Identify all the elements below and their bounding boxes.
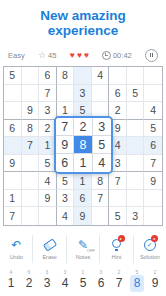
numpad-digit: 6 [94,275,108,291]
grid-cell-r7c1[interactable] [4,172,22,190]
grid-cell-r2c8[interactable]: 5 [127,85,145,103]
grid-cell-r2c6[interactable] [92,85,110,103]
grid-cell-r2c5[interactable]: 3 [74,85,92,103]
star-icon: ☆ [38,51,46,60]
grid-cell-r2c2[interactable] [22,85,40,103]
numpad-key-8[interactable]: 58 [128,268,146,294]
grid-cell-r1c5[interactable] [74,67,92,85]
grid-cell-r2c9[interactable] [144,85,162,103]
grid-cell-r7c2[interactable] [22,172,40,190]
magnified-cell[interactable]: 6 [56,154,74,172]
grid-cell-r4c1[interactable]: 6 [4,120,22,138]
undo-icon: ↶ [11,239,21,252]
magnified-cell[interactable]: 1 [74,154,92,172]
numpad-digit: 1 [4,275,18,291]
heart-icon: ♥ [84,51,89,60]
grid-cell-r3c1[interactable] [4,102,22,120]
magnified-cell[interactable]: 3 [93,118,111,136]
grid-cell-r9c5[interactable]: 9 [74,207,92,225]
clock-icon [102,51,111,60]
undo-button[interactable]: ↶ Undo [0,235,33,263]
grid-cell-r8c4[interactable]: 3 [57,190,75,208]
sudoku-app: New amazing experience Easy ☆ 45 ♥ ♥ ♥ 0… [0,0,166,296]
star-score: ☆ 45 [38,51,56,60]
magnified-cell[interactable]: 4 [93,154,111,172]
numpad-key-6[interactable]: 36 [92,268,110,294]
numpad-key-4[interactable]: 34 [56,268,74,294]
grid-cell-r6c9[interactable]: 7 [144,155,162,173]
erase-button[interactable]: Erase [33,235,66,263]
grid-cell-r7c7[interactable]: 7 [109,172,127,190]
grid-cell-r2c3[interactable]: 7 [39,85,57,103]
grid-cell-r6c1[interactable]: 9 [4,155,22,173]
timer: 00:42 [102,51,132,60]
grid-cell-r2c7[interactable]: 6 [109,85,127,103]
grid-cell-r8c3[interactable]: 9 [39,190,57,208]
pause-button[interactable] [145,49,158,62]
grid-cell-r4c9[interactable]: 5 [144,120,162,138]
heart-icon: ♥ [77,51,82,60]
magnified-cell[interactable]: 2 [74,118,92,136]
timer-value: 00:42 [113,51,132,60]
grid-cell-r1c4[interactable]: 8 [57,67,75,85]
grid-cell-r8c6[interactable]: 7 [92,190,110,208]
difficulty-label: Easy [8,51,25,60]
notes-label: Notes [76,254,90,260]
sudoku-board: 723985614 568473659315246827239571985469… [3,66,163,226]
grid-cell-r2c4[interactable] [57,85,75,103]
grid-cell-r3c9[interactable]: 4 [144,102,162,120]
grid-cell-r8c1[interactable]: 1 [4,190,22,208]
numpad-digit: 8 [130,275,144,291]
ad-badge: ▸ [151,235,158,242]
grid-cell-r3c8[interactable] [127,102,145,120]
grid-cell-r1c8[interactable] [127,67,145,85]
grid-cell-r9c4[interactable]: 4 [57,207,75,225]
pencil-icon: ✎ OFF [78,239,88,252]
grid-cell-r3c2[interactable]: 9 [22,102,40,120]
grid-cell-r5c1[interactable] [4,137,22,155]
banner-title: New amazing experience [24,8,142,38]
grid-cell-r1c2[interactable] [22,67,40,85]
selected-cell[interactable]: 8 [74,136,92,154]
grid-cell-r5c2[interactable]: 7 [22,137,40,155]
grid-cell-r1c1[interactable]: 5 [4,67,22,85]
hint-button[interactable]: ▸ Hint [100,235,133,263]
grid-cell-r8c2[interactable] [22,190,40,208]
grid-cell-r7c4[interactable]: 5 [57,172,75,190]
magnifier-overlay: 723985614 [54,116,113,174]
magnified-cell[interactable]: 5 [93,136,111,154]
numpad-key-9[interactable]: 29 [146,268,164,294]
star-count: 45 [48,51,56,60]
grid-cell-r8c5[interactable]: 6 [74,190,92,208]
grid-cell-r7c9[interactable]: 9 [144,172,162,190]
promo-banner: New amazing experience [0,8,166,38]
grid-cell-r5c9[interactable]: 6 [144,137,162,155]
grid-cell-r6c2[interactable] [22,155,40,173]
notes-button[interactable]: ✎ OFF Notes [67,235,100,263]
grid-cell-r2c1[interactable] [4,85,22,103]
grid-cell-r7c3[interactable]: 4 [39,172,57,190]
numpad-key-1[interactable]: 41 [2,268,20,294]
grid-cell-r8c8[interactable] [127,190,145,208]
magnified-cell[interactable]: 9 [56,136,74,154]
grid-cell-r4c2[interactable]: 8 [22,120,40,138]
numpad-key-5[interactable]: 15 [74,268,92,294]
grid-cell-r7c6[interactable]: 8 [92,172,110,190]
grid-cell-r9c1[interactable]: 7 [4,207,22,225]
numpad-digit: 5 [76,275,90,291]
status-bar: Easy ☆ 45 ♥ ♥ ♥ 00:42 [0,47,166,63]
grid-cell-r1c6[interactable]: 4 [92,67,110,85]
numpad-key-2[interactable]: 62 [20,268,38,294]
notes-state: OFF [87,249,95,253]
numpad-key-3[interactable]: 33 [38,268,56,294]
erase-label: Erase [42,254,56,260]
grid-cell-r5c8[interactable] [127,137,145,155]
grid-cell-r4c8[interactable] [127,120,145,138]
toolbar: ↶ Undo Erase ✎ OFF Notes ▸ Hint ▸ ✓ [0,235,166,263]
lives-hearts: ♥ ♥ ♥ [70,51,89,60]
grid-cell-r1c7[interactable] [109,67,127,85]
eraser-icon [44,239,56,252]
grid-cell-r7c5[interactable]: 1 [74,172,92,190]
magnified-cell[interactable]: 7 [56,118,74,136]
grid-cell-r7c8[interactable] [127,172,145,190]
grid-cell-r9c8[interactable]: 3 [127,207,145,225]
grid-cell-r9c2[interactable] [22,207,40,225]
number-pad: 416233341536275829 [0,268,166,294]
grid-cell-r1c3[interactable]: 6 [39,67,57,85]
grid-cell-r6c8[interactable] [127,155,145,173]
grid-cell-r9c6[interactable] [92,207,110,225]
grid-cell-r1c9[interactable] [144,67,162,85]
grid-cell-r9c9[interactable] [144,207,162,225]
numpad-digit: 9 [148,275,162,291]
grid-cell-r9c3[interactable] [39,207,57,225]
solution-button[interactable]: ▸ ✓ Solution [134,235,166,263]
solution-label: Solution [140,254,160,260]
heart-icon: ♥ [70,51,75,60]
numpad-digit: 3 [40,275,54,291]
undo-label: Undo [10,254,23,260]
numpad-digit: 4 [58,275,72,291]
grid-cell-r8c9[interactable] [144,190,162,208]
numpad-digit: 7 [112,275,126,291]
ad-badge: ▸ [118,235,125,242]
hint-label: Hint [112,254,122,260]
numpad-key-7[interactable]: 27 [110,268,128,294]
numpad-digit: 2 [22,275,36,291]
grid-cell-r9c7[interactable]: 5 [109,207,127,225]
grid-cell-r8c7[interactable] [109,190,127,208]
